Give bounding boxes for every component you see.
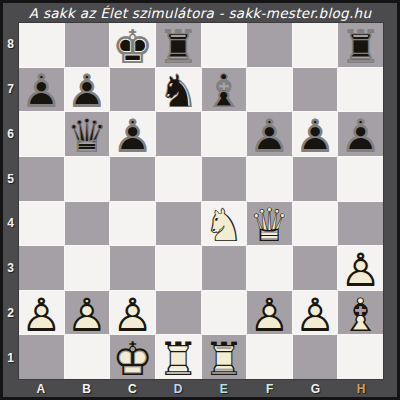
square-g3[interactable] [293,246,338,290]
square-b2[interactable]: ♟♙ [65,291,110,335]
white-king-outline: ♔ [110,336,155,382]
board: ♚♔♜♖♜♖♟♙♟♙♞♘♝♗♛♕♟♙♟♙♟♙♟♙♞♘♛♕♟♙♟♙♟♙♟♙♟♙♟♙… [18,22,384,380]
square-a1[interactable] [19,335,64,379]
title-bar: A sakk az Élet szimulátora - sakk-mester… [3,3,397,22]
file-label-c: C [110,381,156,397]
black-king-outline: ♔ [110,24,155,70]
white-queen-outline: ♕ [247,202,292,248]
square-h2[interactable]: ♝♗ [338,291,383,335]
square-a5[interactable] [19,157,64,201]
black-pawn-outline: ♙ [247,113,292,159]
white-king-glyph: ♚ [110,336,155,382]
square-h7[interactable] [338,68,383,112]
square-c4[interactable] [110,202,155,246]
file-label-e: E [201,381,247,397]
black-pawn-glyph: ♟ [110,113,155,159]
square-d7[interactable]: ♞♘ [156,68,201,112]
square-b5[interactable] [65,157,110,201]
white-pawn-piece: ♟♙ [293,291,338,335]
square-f5[interactable] [247,157,292,201]
black-rook-piece: ♜♖ [156,23,201,67]
black-pawn-piece: ♟♙ [110,112,155,156]
black-pawn-glyph: ♟ [65,68,110,114]
square-d1[interactable]: ♜♖ [156,335,201,379]
white-pawn-piece: ♟♙ [19,291,64,335]
rank-label-6: 6 [3,112,18,157]
black-rook-outline: ♖ [156,24,201,70]
black-knight-glyph: ♞ [156,68,201,114]
white-rook-outline: ♖ [202,336,247,382]
white-knight-piece: ♞♘ [202,202,247,246]
square-e8[interactable] [202,23,247,67]
black-rook-outline: ♖ [338,24,383,70]
chess-diagram-window: A sakk az Élet szimulátora - sakk-mester… [0,0,400,400]
black-bishop-outline: ♗ [202,68,247,114]
black-rook-piece: ♜♖ [338,23,383,67]
file-label-d: D [155,381,201,397]
square-c1[interactable]: ♚♔ [110,335,155,379]
square-b7[interactable]: ♟♙ [65,68,110,112]
white-rook-outline: ♖ [156,336,201,382]
square-b4[interactable] [65,202,110,246]
black-pawn-glyph: ♟ [293,113,338,159]
white-rook-piece: ♜♖ [202,335,247,379]
file-label-f: F [247,381,293,397]
white-queen-glyph: ♛ [247,202,292,248]
white-pawn-piece: ♟♙ [110,291,155,335]
square-a2[interactable]: ♟♙ [19,291,64,335]
square-f3[interactable] [247,246,292,290]
rank-label-2: 2 [3,291,18,336]
black-queen-outline: ♕ [65,113,110,159]
square-b3[interactable] [65,246,110,290]
white-pawn-piece: ♟♙ [65,291,110,335]
black-pawn-piece: ♟♙ [338,112,383,156]
square-g7[interactable] [293,68,338,112]
square-e6[interactable] [202,112,247,156]
white-pawn-piece: ♟♙ [247,291,292,335]
black-pawn-piece: ♟♙ [19,68,64,112]
square-f4[interactable]: ♛♕ [247,202,292,246]
square-f7[interactable] [247,68,292,112]
square-h4[interactable] [338,202,383,246]
square-c3[interactable] [110,246,155,290]
black-pawn-piece: ♟♙ [65,68,110,112]
square-a8[interactable] [19,23,64,67]
black-pawn-outline: ♙ [338,113,383,159]
black-rook-glyph: ♜ [338,24,383,70]
black-knight-outline: ♘ [156,68,201,114]
square-g1[interactable] [293,335,338,379]
file-label-b: B [64,381,110,397]
rank-label-8: 8 [3,22,18,67]
square-d5[interactable] [156,157,201,201]
white-bishop-glyph: ♝ [338,291,383,337]
white-knight-glyph: ♞ [202,202,247,248]
white-pawn-outline: ♙ [247,291,292,337]
black-pawn-piece: ♟♙ [293,112,338,156]
rank-labels: 87654321 [3,22,18,380]
rank-label-4: 4 [3,201,18,246]
square-d8[interactable]: ♜♖ [156,23,201,67]
rank-label-5: 5 [3,156,18,201]
square-c8[interactable]: ♚♔ [110,23,155,67]
rank-label-1: 1 [3,335,18,380]
white-bishop-outline: ♗ [338,291,383,337]
white-pawn-outline: ♙ [19,291,64,337]
square-f8[interactable] [247,23,292,67]
square-g5[interactable] [293,157,338,201]
black-rook-glyph: ♜ [156,24,201,70]
black-pawn-glyph: ♟ [247,113,292,159]
square-a7[interactable]: ♟♙ [19,68,64,112]
square-c6[interactable]: ♟♙ [110,112,155,156]
rank-label-7: 7 [3,67,18,112]
white-pawn-glyph: ♟ [65,291,110,337]
square-c7[interactable] [110,68,155,112]
square-f1[interactable] [247,335,292,379]
white-pawn-outline: ♙ [338,247,383,293]
square-a6[interactable] [19,112,64,156]
square-h5[interactable] [338,157,383,201]
square-f2[interactable]: ♟♙ [247,291,292,335]
square-c5[interactable] [110,157,155,201]
file-label-a: A [18,381,64,397]
square-d3[interactable] [156,246,201,290]
square-d6[interactable] [156,112,201,156]
square-f6[interactable]: ♟♙ [247,112,292,156]
square-e1[interactable]: ♜♖ [202,335,247,379]
white-rook-glyph: ♜ [156,336,201,382]
square-b1[interactable] [65,335,110,379]
white-pawn-glyph: ♟ [247,291,292,337]
file-labels: ABCDEFGH [18,381,384,397]
square-h6[interactable]: ♟♙ [338,112,383,156]
square-e4[interactable]: ♞♘ [202,202,247,246]
black-pawn-piece: ♟♙ [247,112,292,156]
black-knight-piece: ♞♘ [156,68,201,112]
black-bishop-piece: ♝♗ [202,68,247,112]
square-g4[interactable] [293,202,338,246]
square-g8[interactable] [293,23,338,67]
square-e5[interactable] [202,157,247,201]
square-d4[interactable] [156,202,201,246]
white-pawn-outline: ♙ [65,291,110,337]
square-h1[interactable] [338,335,383,379]
square-g6[interactable]: ♟♙ [293,112,338,156]
square-e2[interactable] [202,291,247,335]
black-pawn-outline: ♙ [19,68,64,114]
black-queen-piece: ♛♕ [65,112,110,156]
black-pawn-outline: ♙ [293,113,338,159]
white-knight-outline: ♘ [202,202,247,248]
square-c2[interactable]: ♟♙ [110,291,155,335]
black-pawn-outline: ♙ [65,68,110,114]
white-pawn-piece: ♟♙ [338,246,383,290]
square-d2[interactable] [156,291,201,335]
white-pawn-glyph: ♟ [110,291,155,337]
file-label-h: H [338,381,384,397]
white-rook-glyph: ♜ [202,336,247,382]
square-e7[interactable]: ♝♗ [202,68,247,112]
white-pawn-glyph: ♟ [19,291,64,337]
white-rook-piece: ♜♖ [156,335,201,379]
black-king-glyph: ♚ [110,24,155,70]
white-bishop-piece: ♝♗ [338,291,383,335]
white-pawn-outline: ♙ [110,291,155,337]
white-king-piece: ♚♔ [110,335,155,379]
white-pawn-outline: ♙ [293,291,338,337]
black-pawn-outline: ♙ [110,113,155,159]
square-e3[interactable] [202,246,247,290]
square-h8[interactable]: ♜♖ [338,23,383,67]
square-b8[interactable] [65,23,110,67]
title-text: A sakk az Élet szimulátora - sakk-mester… [29,5,371,21]
square-h3[interactable]: ♟♙ [338,246,383,290]
square-a3[interactable] [19,246,64,290]
square-b6[interactable]: ♛♕ [65,112,110,156]
rank-label-3: 3 [3,246,18,291]
black-queen-glyph: ♛ [65,113,110,159]
black-bishop-glyph: ♝ [202,68,247,114]
white-pawn-glyph: ♟ [338,247,383,293]
white-pawn-glyph: ♟ [293,291,338,337]
file-label-g: G [293,381,339,397]
square-g2[interactable]: ♟♙ [293,291,338,335]
black-pawn-glyph: ♟ [338,113,383,159]
black-pawn-glyph: ♟ [19,68,64,114]
white-queen-piece: ♛♕ [247,202,292,246]
black-king-piece: ♚♔ [110,23,155,67]
square-a4[interactable] [19,202,64,246]
